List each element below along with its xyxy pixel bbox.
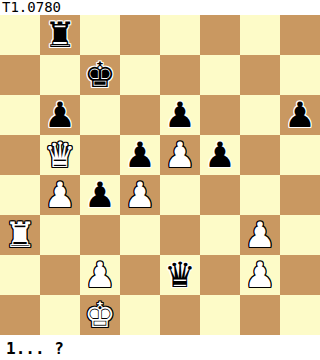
white-pawn-e5: ♟	[164, 135, 195, 175]
square-g1[interactable]	[240, 295, 280, 335]
square-b1[interactable]	[40, 295, 80, 335]
move-prompt: 1... ?	[0, 335, 320, 360]
square-e1[interactable]	[160, 295, 200, 335]
square-e4[interactable]	[160, 175, 200, 215]
square-e5[interactable]: ♟	[160, 135, 200, 175]
square-b5[interactable]: ♛	[40, 135, 80, 175]
square-b4[interactable]: ♟	[40, 175, 80, 215]
square-g8[interactable]	[240, 15, 280, 55]
white-king-c1: ♚	[84, 295, 115, 335]
black-pawn-b6: ♟	[44, 95, 75, 135]
square-a5[interactable]	[0, 135, 40, 175]
black-king-c7: ♚	[84, 55, 115, 95]
black-pawn-c4: ♟	[84, 175, 115, 215]
square-h5[interactable]	[280, 135, 320, 175]
square-c4[interactable]: ♟	[80, 175, 120, 215]
square-b2[interactable]	[40, 255, 80, 295]
square-d1[interactable]	[120, 295, 160, 335]
square-h3[interactable]	[280, 215, 320, 255]
black-queen-e2: ♛	[164, 255, 195, 295]
black-pawn-f5: ♟	[204, 135, 235, 175]
square-a8[interactable]	[0, 15, 40, 55]
square-g7[interactable]	[240, 55, 280, 95]
square-g2[interactable]: ♟	[240, 255, 280, 295]
square-f6[interactable]	[200, 95, 240, 135]
square-g6[interactable]	[240, 95, 280, 135]
square-b3[interactable]	[40, 215, 80, 255]
square-d2[interactable]	[120, 255, 160, 295]
square-c7[interactable]: ♚	[80, 55, 120, 95]
square-c8[interactable]	[80, 15, 120, 55]
chess-board: ♜♚♟♟♟♛♟♟♟♟♟♟♜♟♟♛♟♚	[0, 15, 320, 335]
white-queen-b5: ♛	[44, 135, 75, 175]
square-c3[interactable]	[80, 215, 120, 255]
square-h7[interactable]	[280, 55, 320, 95]
square-g3[interactable]: ♟	[240, 215, 280, 255]
square-h8[interactable]	[280, 15, 320, 55]
square-d4[interactable]: ♟	[120, 175, 160, 215]
square-f5[interactable]: ♟	[200, 135, 240, 175]
square-f8[interactable]	[200, 15, 240, 55]
square-g5[interactable]	[240, 135, 280, 175]
white-rook-a3: ♜	[4, 215, 35, 255]
square-h6[interactable]: ♟	[280, 95, 320, 135]
square-a4[interactable]	[0, 175, 40, 215]
square-f2[interactable]	[200, 255, 240, 295]
square-a2[interactable]	[0, 255, 40, 295]
black-pawn-h6: ♟	[284, 95, 315, 135]
square-c5[interactable]	[80, 135, 120, 175]
white-pawn-g3: ♟	[244, 215, 275, 255]
square-h4[interactable]	[280, 175, 320, 215]
white-pawn-d4: ♟	[124, 175, 155, 215]
square-a1[interactable]	[0, 295, 40, 335]
square-h1[interactable]	[280, 295, 320, 335]
chess-puzzle-app: T1.0780 ♜♚♟♟♟♛♟♟♟♟♟♟♜♟♟♛♟♚ 1... ?	[0, 0, 320, 360]
square-e2[interactable]: ♛	[160, 255, 200, 295]
black-rook-b8: ♜	[44, 15, 75, 55]
square-a6[interactable]	[0, 95, 40, 135]
square-a3[interactable]: ♜	[0, 215, 40, 255]
square-g4[interactable]	[240, 175, 280, 215]
square-e8[interactable]	[160, 15, 200, 55]
square-f3[interactable]	[200, 215, 240, 255]
square-d6[interactable]	[120, 95, 160, 135]
square-b7[interactable]	[40, 55, 80, 95]
square-a7[interactable]	[0, 55, 40, 95]
square-b6[interactable]: ♟	[40, 95, 80, 135]
square-d7[interactable]	[120, 55, 160, 95]
square-d3[interactable]	[120, 215, 160, 255]
white-pawn-b4: ♟	[44, 175, 75, 215]
square-b8[interactable]: ♜	[40, 15, 80, 55]
square-f7[interactable]	[200, 55, 240, 95]
puzzle-title: T1.0780	[0, 0, 320, 15]
square-e3[interactable]	[160, 215, 200, 255]
square-c1[interactable]: ♚	[80, 295, 120, 335]
white-pawn-g2: ♟	[244, 255, 275, 295]
square-c6[interactable]	[80, 95, 120, 135]
square-f1[interactable]	[200, 295, 240, 335]
square-f4[interactable]	[200, 175, 240, 215]
square-h2[interactable]	[280, 255, 320, 295]
square-c2[interactable]: ♟	[80, 255, 120, 295]
black-pawn-e6: ♟	[164, 95, 195, 135]
square-d8[interactable]	[120, 15, 160, 55]
white-pawn-c2: ♟	[84, 255, 115, 295]
square-e7[interactable]	[160, 55, 200, 95]
black-pawn-d5: ♟	[124, 135, 155, 175]
square-e6[interactable]: ♟	[160, 95, 200, 135]
square-d5[interactable]: ♟	[120, 135, 160, 175]
